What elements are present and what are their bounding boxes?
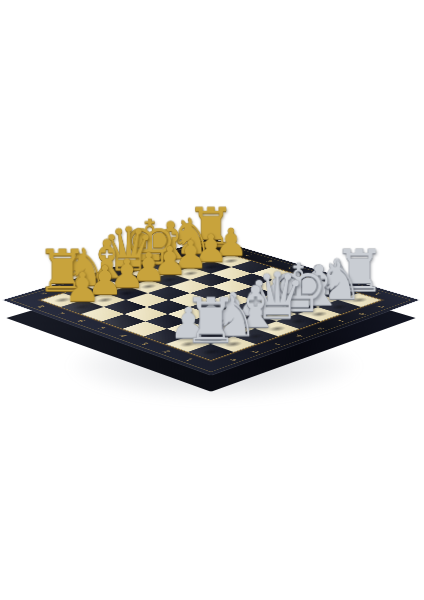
- file-label-e-far: e: [126, 266, 136, 269]
- rank-label-8-left: 8: [35, 305, 46, 308]
- file-label-e-near: e: [315, 327, 326, 331]
- file-label-c-near: c: [273, 342, 284, 346]
- square-h4: [273, 273, 314, 286]
- file-label-b-far: b: [61, 285, 71, 288]
- rank-label-3-left: 3: [138, 342, 149, 346]
- file-label-g-far: g: [167, 254, 177, 257]
- file-label-h-near: h: [376, 305, 387, 308]
- rank-label-2-right: 2: [351, 285, 361, 288]
- file-label-c-far: c: [83, 279, 92, 282]
- piece-gold-rook-h8: ♜: [187, 201, 236, 255]
- rank-label-2-left: 2: [161, 350, 172, 354]
- rank-label-5-right: 5: [286, 266, 296, 269]
- rank-label-4-left: 4: [117, 334, 128, 338]
- file-label-a-near: a: [228, 358, 239, 362]
- piece-gold-queen-d8: ♛: [102, 220, 156, 280]
- rank-label-1-right: 1: [373, 292, 383, 295]
- file-label-g-near: g: [356, 312, 367, 316]
- file-label-f-far: f: [148, 260, 156, 262]
- square-a1: ♜: [188, 344, 234, 360]
- file-label-h-far: h: [187, 248, 197, 251]
- file-label-a-far: a: [39, 292, 49, 295]
- file-label-d-near: d: [294, 334, 305, 338]
- rank-label-7-right: 7: [245, 254, 255, 257]
- rank-label-6-left: 6: [75, 319, 86, 323]
- piece-silver-rook-h1: ♜: [333, 242, 385, 300]
- file-label-b-near: b: [250, 350, 261, 354]
- file-label-f-near: f: [337, 320, 346, 323]
- rank-label-4-right: 4: [307, 272, 317, 275]
- rank-label-8-right: 8: [225, 248, 235, 251]
- file-label-d-far: d: [105, 272, 115, 275]
- rank-label-1-left: 1: [183, 358, 194, 362]
- rank-label-6-right: 6: [265, 260, 275, 263]
- rank-label-5-left: 5: [96, 327, 107, 331]
- rank-label-7-left: 7: [55, 312, 66, 316]
- rank-label-3-right: 3: [329, 279, 339, 282]
- chess-set-product-photo: ♜♞♝♛♚♝♞♜♟♟♟♟♟♟♟♟♟♟♟♟♟♟♟♟♜♞♝♛♚♝♞♜ aabbccd…: [0, 0, 424, 600]
